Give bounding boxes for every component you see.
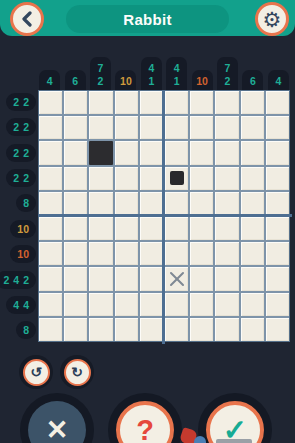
cell-r10-c4[interactable] [115,318,138,341]
clue-number: 1 [148,75,154,88]
cell-r5-c9[interactable] [241,192,264,215]
cell-r3-c10[interactable] [266,141,289,164]
cell-r4-c6[interactable] [165,167,188,190]
thick-grid-line-horizontal [38,214,292,217]
cell-r7-c5[interactable] [140,242,163,265]
cell-r7-c3[interactable] [89,242,112,265]
cell-r5-c6[interactable] [165,192,188,215]
cell-r2-c2[interactable] [64,116,87,139]
cell-r7-c7[interactable] [190,242,213,265]
cell-r8-c1[interactable] [39,267,62,290]
cell-r3-c4[interactable] [115,141,138,164]
cell-r6-c2[interactable] [64,217,87,240]
clue-number: 1 [174,75,180,88]
clue-number: 4 [13,296,19,314]
cell-r1-c8[interactable] [215,91,238,114]
cell-r6-c8[interactable] [215,217,238,240]
cell-r1-c4[interactable] [115,91,138,114]
cell-r6-c4[interactable] [115,217,138,240]
cell-r2-c7[interactable] [190,116,213,139]
nonogram-app: Rabbit ⚙ 4672104141107264 22222222810102… [0,0,295,443]
cell-r10-c3[interactable] [89,318,112,341]
clue-number: 2 [225,75,231,88]
clue-number: 4 [47,75,53,88]
cell-r9-c3[interactable] [89,293,112,316]
cell-r5-c3[interactable] [89,192,112,215]
cell-r6-c1[interactable] [39,217,62,240]
cell-r6-c7[interactable] [190,217,213,240]
row-clue-9: 44 [6,296,36,314]
cell-r2-c5[interactable] [140,116,163,139]
cell-r7-c1[interactable] [39,242,62,265]
cell-r1-c2[interactable] [64,91,87,114]
cell-r1-c9[interactable] [241,91,264,114]
row-clue-1: 22 [6,93,36,111]
row-clue-7: 10 [10,245,36,263]
cell-r9-c4[interactable] [115,293,138,316]
column-clue-8: 72 [217,57,238,90]
chevron-left-icon [20,11,34,27]
undo-icon: ↺ [30,364,42,380]
cell-r3-c1[interactable] [39,141,62,164]
cell-r8-c6[interactable] [165,267,188,290]
cell-r7-c4[interactable] [115,242,138,265]
cell-r4-c3[interactable] [89,167,112,190]
cell-r9-c9[interactable] [241,293,264,316]
cell-r9-c1[interactable] [39,293,62,316]
mascot-decoration-blue [194,436,206,443]
column-clue-2: 6 [65,70,86,90]
cell-r9-c8[interactable] [215,293,238,316]
undo-ring: ↺ [19,355,53,389]
cell-r2-c1[interactable] [39,116,62,139]
cell-r2-c10[interactable] [266,116,289,139]
cell-r4-c7[interactable] [190,167,213,190]
column-clue-7: 10 [192,70,213,90]
redo-ring: ↻ [60,355,94,389]
clue-number: 6 [72,75,78,88]
cell-r3-c8[interactable] [215,141,238,164]
row-clue-2: 22 [6,118,36,136]
clue-number: 4 [13,271,19,289]
clue-number: 2 [13,93,19,111]
cell-r3-c5[interactable] [140,141,163,164]
clue-number: 2 [23,271,29,289]
cell-r1-c6[interactable] [165,91,188,114]
cell-r4-c8[interactable] [215,167,238,190]
clue-number: 8 [23,321,29,339]
clue-number: 7 [225,62,231,75]
row-clue-3: 22 [6,144,36,162]
column-clue-9: 6 [242,70,263,90]
cell-r5-c10[interactable] [266,192,289,215]
page-title: Rabbit [66,5,229,33]
cell-r10-c5[interactable] [140,318,163,341]
cell-r5-c2[interactable] [64,192,87,215]
clue-number: 10 [120,75,132,88]
cell-r9-c6[interactable] [165,293,188,316]
cell-r7-c6[interactable] [165,242,188,265]
gear-icon: ⚙ [263,9,282,30]
cell-r1-c7[interactable] [190,91,213,114]
clue-number: 2 [13,118,19,136]
cell-r4-c4[interactable] [115,167,138,190]
cell-r9-c10[interactable] [266,293,289,316]
column-clue-10: 4 [268,70,289,90]
cell-r6-c6[interactable] [165,217,188,240]
cell-r7-c10[interactable] [266,242,289,265]
column-clue-3: 72 [90,57,111,90]
cell-r8-c4[interactable] [115,267,138,290]
clue-number: 10 [17,220,29,238]
clue-number: 2 [23,93,29,111]
column-clue-6: 41 [166,57,187,90]
cell-r9-c2[interactable] [64,293,87,316]
cell-r10-c6[interactable] [165,318,188,341]
cell-r8-c7[interactable] [190,267,213,290]
cell-r1-c1[interactable] [39,91,62,114]
cross-tool-button[interactable]: ✕ [28,401,86,443]
clue-number: 7 [98,62,104,75]
clue-number: 2 [23,144,29,162]
clue-number: 6 [250,75,256,88]
clue-number: 2 [23,169,29,187]
clue-number: 4 [275,75,281,88]
column-clue-4: 10 [115,70,136,90]
cell-r8-c3[interactable] [89,267,112,290]
row-clue-5: 8 [16,194,36,212]
cell-r2-c3[interactable] [89,116,112,139]
cell-r5-c8[interactable] [215,192,238,215]
cell-r4-c10[interactable] [266,167,289,190]
header-bar: Rabbit [0,0,295,36]
cell-r7-c2[interactable] [64,242,87,265]
clue-number: 2 [98,75,104,88]
cell-r9-c5[interactable] [140,293,163,316]
cell-r8-c10[interactable] [266,267,289,290]
cell-r6-c9[interactable] [241,217,264,240]
cell-r3-c2[interactable] [64,141,87,164]
hint-ring: ? [108,393,182,443]
cell-r10-c9[interactable] [241,318,264,341]
erase-ring: ✕ [20,393,94,443]
cell-r5-c4[interactable] [115,192,138,215]
clue-number: 4 [23,296,29,314]
clue-number: 2 [3,271,9,289]
cell-r8-c9[interactable] [241,267,264,290]
cell-r7-c8[interactable] [215,242,238,265]
clue-number: 2 [13,169,19,187]
cell-r8-c2[interactable] [64,267,87,290]
row-clue-8: 242 [0,271,36,289]
cell-r2-c9[interactable] [241,116,264,139]
clue-number: 8 [23,194,29,212]
cell-r4-c5[interactable] [140,167,163,190]
cell-r5-c5[interactable] [140,192,163,215]
row-clue-10: 8 [16,321,36,339]
cell-r10-c8[interactable] [215,318,238,341]
bottom-edge-decoration [216,439,252,443]
settings-button[interactable]: ⚙ [255,2,289,36]
cell-r3-c3[interactable] [89,141,112,164]
redo-button[interactable]: ↻ [64,359,91,386]
redo-icon: ↻ [71,364,83,380]
back-button[interactable] [10,2,44,36]
cell-r5-c7[interactable] [190,192,213,215]
undo-button[interactable]: ↺ [23,359,50,386]
cell-r1-c5[interactable] [140,91,163,114]
cell-r7-c9[interactable] [241,242,264,265]
clue-number: 10 [17,245,29,263]
question-icon: ? [136,414,154,443]
cell-r4-c1[interactable] [39,167,62,190]
cell-r9-c7[interactable] [190,293,213,316]
hint-button[interactable]: ? [116,401,174,443]
cell-r6-c3[interactable] [89,217,112,240]
cell-r4-c9[interactable] [241,167,264,190]
clue-number: 10 [196,75,208,88]
row-clue-4: 22 [6,169,36,187]
clue-number: 4 [174,62,180,75]
cell-r3-c6[interactable] [165,141,188,164]
cell-r1-c10[interactable] [266,91,289,114]
thick-grid-line-vertical [162,90,165,344]
cell-r10-c2[interactable] [64,318,87,341]
cell-r6-c5[interactable] [140,217,163,240]
column-clue-5: 41 [141,57,162,90]
small-filled-square [170,171,184,185]
cell-r4-c2[interactable] [64,167,87,190]
cell-r8-c8[interactable] [215,267,238,290]
x-mark-icon: ✕ [46,414,69,443]
cell-r2-c6[interactable] [165,116,188,139]
cell-r3-c7[interactable] [190,141,213,164]
clue-number: 4 [148,62,154,75]
cell-r10-c10[interactable] [266,318,289,341]
cell-r8-c5[interactable] [140,267,163,290]
clue-number: 2 [23,118,29,136]
row-clue-6: 10 [10,220,36,238]
cell-r2-c8[interactable] [215,116,238,139]
cell-r10-c7[interactable] [190,318,213,341]
cell-r3-c9[interactable] [241,141,264,164]
cell-r1-c3[interactable] [89,91,112,114]
column-clue-1: 4 [39,70,60,90]
cell-r10-c1[interactable] [39,318,62,341]
cell-r2-c4[interactable] [115,116,138,139]
clue-number: 2 [13,144,19,162]
cell-r6-c10[interactable] [266,217,289,240]
check-button[interactable]: ✓ [206,401,264,443]
check-ring: ✓ [198,393,272,443]
cell-r5-c1[interactable] [39,192,62,215]
